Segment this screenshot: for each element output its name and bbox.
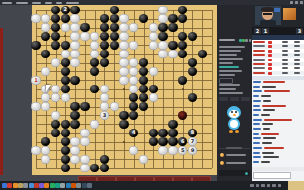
stone-white xyxy=(70,14,79,23)
stone-black xyxy=(168,23,177,32)
stone-black xyxy=(188,58,197,67)
stone-black xyxy=(70,102,79,111)
stone-white xyxy=(119,76,128,85)
stone-black xyxy=(168,14,177,23)
stone-white xyxy=(31,102,40,111)
chat-message xyxy=(262,86,276,88)
stone-white xyxy=(70,155,79,164)
stone-black xyxy=(139,102,148,111)
stone-black xyxy=(149,85,158,94)
chat-tab[interactable] xyxy=(219,97,228,101)
stone-black xyxy=(198,50,207,59)
taskbar-app-icon[interactable] xyxy=(2,183,7,188)
stone-black xyxy=(149,137,158,146)
stat-value xyxy=(294,67,300,69)
stone-black xyxy=(110,32,119,41)
stone-black xyxy=(61,155,70,164)
chat-message-line xyxy=(219,92,243,94)
stone-black xyxy=(178,50,187,59)
player-name xyxy=(253,67,265,69)
stone-white xyxy=(149,41,158,50)
menu-item[interactable] xyxy=(2,2,12,4)
player-name xyxy=(253,54,265,56)
chat-username xyxy=(253,152,260,154)
stone-white xyxy=(70,41,79,50)
stone-black xyxy=(100,155,109,164)
stone-black xyxy=(100,164,109,173)
stat-value xyxy=(282,63,288,65)
stone-black xyxy=(119,111,128,120)
close-button[interactable] xyxy=(300,1,303,4)
stone-white xyxy=(110,102,119,111)
tray-icon[interactable] xyxy=(256,184,260,188)
stone-black xyxy=(61,41,70,50)
stone-white xyxy=(70,23,79,32)
chat-username xyxy=(253,95,259,97)
stone-white xyxy=(149,32,158,41)
stone-black xyxy=(129,102,138,111)
player-table xyxy=(252,40,304,80)
stone-black xyxy=(61,120,70,129)
stone-white xyxy=(129,76,138,85)
player-name xyxy=(253,41,265,43)
stone-black xyxy=(139,14,148,23)
taskbar-app-icon[interactable] xyxy=(82,183,87,188)
menu-item[interactable] xyxy=(32,2,41,4)
stone-black: 4 xyxy=(129,129,138,138)
stone-black xyxy=(158,23,167,32)
stone-white: 5 xyxy=(178,146,187,155)
stat-value xyxy=(294,72,300,74)
menu-item[interactable] xyxy=(56,2,62,4)
taskbar-app-icon[interactable] xyxy=(39,183,44,188)
player-name xyxy=(253,50,265,52)
stone-black xyxy=(168,137,177,146)
stone-black xyxy=(139,58,148,67)
taskbar-app-icon[interactable] xyxy=(60,183,65,188)
stone-black xyxy=(41,50,50,59)
stone-black xyxy=(70,76,79,85)
stone-white xyxy=(158,14,167,23)
move-number-label: 9 xyxy=(191,148,194,153)
chat-message-line xyxy=(219,70,242,72)
stone-white xyxy=(149,93,158,102)
move-number-label: 5 xyxy=(181,148,184,153)
taskbar-app-icon[interactable] xyxy=(34,183,39,188)
stat-value xyxy=(294,63,300,65)
menu-item[interactable] xyxy=(45,2,52,4)
stat-value xyxy=(282,54,288,56)
stone-black xyxy=(139,93,148,102)
tray-icon[interactable] xyxy=(261,184,265,188)
stone-black xyxy=(61,85,70,94)
chat-username xyxy=(253,128,261,130)
stone-black xyxy=(158,32,167,41)
stone-black xyxy=(158,129,167,138)
chat-username xyxy=(253,81,261,83)
chat-username xyxy=(253,109,261,111)
taskbar-app-icon[interactable] xyxy=(55,183,60,188)
stat-value xyxy=(294,45,300,47)
hoshi-point xyxy=(182,88,184,90)
stone-white xyxy=(51,85,60,94)
stone-white xyxy=(61,93,70,102)
move-number-label: 2 xyxy=(64,7,67,12)
stone-black xyxy=(90,58,99,67)
stone-black xyxy=(178,76,187,85)
chat-message-line xyxy=(219,58,243,60)
player-name xyxy=(253,59,265,61)
stone-black xyxy=(178,41,187,50)
stone-white: 1 xyxy=(31,76,40,85)
stone-white xyxy=(100,85,109,94)
taskbar-app-icon[interactable] xyxy=(7,183,12,188)
stone-white xyxy=(51,58,60,67)
stone-black xyxy=(139,76,148,85)
tray-icon[interactable] xyxy=(267,184,271,188)
stone-white xyxy=(158,146,167,155)
stone-black: 8 xyxy=(188,129,197,138)
menu-item[interactable] xyxy=(66,2,79,4)
stone-white xyxy=(41,93,50,102)
stone-black xyxy=(139,85,148,94)
room-chat-input[interactable] xyxy=(253,172,291,179)
chat-message xyxy=(261,95,271,97)
stat-value xyxy=(282,45,288,47)
chat-header-icon[interactable] xyxy=(249,39,252,42)
stone-white xyxy=(70,58,79,67)
chat-username xyxy=(253,147,262,149)
stone-black xyxy=(178,6,187,15)
stone-white xyxy=(70,32,79,41)
taskbar-app-icon[interactable] xyxy=(87,183,92,188)
chat-tab[interactable] xyxy=(230,97,239,101)
room-chat-toolbar xyxy=(252,167,304,171)
taskbar-app-icon[interactable] xyxy=(29,183,34,188)
stone-black xyxy=(119,120,128,129)
stone-white xyxy=(139,155,148,164)
menu-item[interactable] xyxy=(16,2,28,4)
stone-white xyxy=(80,137,89,146)
chat-username xyxy=(253,119,262,121)
stone-black xyxy=(178,111,187,120)
stone-white xyxy=(41,14,50,23)
stone-black xyxy=(178,14,187,23)
chat-message xyxy=(262,105,286,107)
stone-black xyxy=(100,41,109,50)
maximize-button[interactable] xyxy=(295,1,298,4)
chat-header-title xyxy=(219,39,235,41)
chat-header-icon[interactable] xyxy=(245,39,248,42)
stat-value xyxy=(294,50,300,52)
score-left-b: 1 xyxy=(262,28,269,34)
stone-white: 9 xyxy=(188,146,197,155)
chat-message xyxy=(261,114,270,116)
chat-username xyxy=(253,105,260,107)
rank-badge xyxy=(268,63,272,66)
stone-white xyxy=(31,146,40,155)
stone-black xyxy=(110,6,119,15)
room-chat-list xyxy=(252,81,304,167)
chat-message-line xyxy=(219,50,241,52)
stone-black xyxy=(51,14,60,23)
live-chat-panel xyxy=(217,5,252,181)
chat-message xyxy=(263,109,275,111)
stone-white xyxy=(70,137,79,146)
stone-white xyxy=(80,32,89,41)
stone-white xyxy=(129,67,138,76)
chat-username xyxy=(253,161,259,163)
rank-badge xyxy=(268,54,272,57)
stone-white xyxy=(41,146,50,155)
stone-white xyxy=(41,67,50,76)
stone-black xyxy=(110,23,119,32)
minimize-button[interactable] xyxy=(290,1,293,4)
stone-white xyxy=(41,155,50,164)
rank-badge xyxy=(268,59,272,62)
stone-white xyxy=(51,111,60,120)
app-left-margin xyxy=(0,5,32,181)
stone-white xyxy=(168,146,177,155)
stone-white xyxy=(80,129,89,138)
stone-white xyxy=(158,50,167,59)
stone-white xyxy=(51,93,60,102)
stat-value xyxy=(282,72,288,74)
taskbar-app-icon[interactable] xyxy=(50,183,55,188)
stone-white xyxy=(129,146,138,155)
chat-message-line xyxy=(219,66,239,68)
send-button[interactable] xyxy=(245,172,248,175)
chat-message xyxy=(262,152,274,154)
move-number-label: 4 xyxy=(132,130,135,135)
chat-username xyxy=(253,100,261,102)
stone-black xyxy=(61,129,70,138)
stat-value xyxy=(282,41,288,43)
stone-white xyxy=(149,67,158,76)
chat-username xyxy=(253,114,259,116)
stone-white xyxy=(119,32,128,41)
chat-username xyxy=(253,123,260,125)
stone-black xyxy=(61,14,70,23)
stone-black xyxy=(51,23,60,32)
stone-black xyxy=(90,164,99,173)
move-number-label: 6 xyxy=(181,139,184,144)
stone-white xyxy=(90,50,99,59)
stone-white xyxy=(80,155,89,164)
chat-message xyxy=(264,119,292,121)
stone-black xyxy=(149,129,158,138)
stone-white xyxy=(129,41,138,50)
rank-badge xyxy=(268,67,272,70)
chat-message-line xyxy=(219,46,245,48)
chat-username xyxy=(253,86,260,88)
stone-black xyxy=(188,67,197,76)
chat-message xyxy=(263,128,270,130)
stone-white: 3 xyxy=(100,111,109,120)
windows-taskbar xyxy=(0,181,304,190)
stone-black xyxy=(61,164,70,173)
stone-black xyxy=(51,6,60,15)
tray-icon[interactable] xyxy=(278,184,282,188)
stone-black xyxy=(100,50,109,59)
stone-white xyxy=(70,50,79,59)
stone-black xyxy=(61,67,70,76)
video-strip xyxy=(252,5,304,27)
gift-message-line xyxy=(226,154,246,156)
stone-black xyxy=(100,58,109,67)
rank-badge xyxy=(268,41,272,44)
chat-message-line xyxy=(219,84,240,86)
tray-icon[interactable] xyxy=(272,184,276,188)
chat-message-line xyxy=(219,74,235,76)
chat-header-icon[interactable] xyxy=(239,39,242,42)
chat-message xyxy=(263,137,276,139)
stat-value xyxy=(294,54,300,56)
history-divider-label xyxy=(226,147,242,149)
stone-white xyxy=(119,67,128,76)
stone-white: 7 xyxy=(188,137,197,146)
chat-message xyxy=(264,147,284,149)
room-chat-header xyxy=(252,76,304,80)
stone-white xyxy=(61,50,70,59)
stone-black xyxy=(100,23,109,32)
broadcast-panel: 2 1 3 xyxy=(252,5,304,181)
stone-black xyxy=(31,41,40,50)
rank-badge xyxy=(268,72,272,75)
penguin-sticker-emote xyxy=(226,106,242,136)
stone-white xyxy=(41,23,50,32)
taskbar-app-icon[interactable] xyxy=(71,183,76,188)
player-name xyxy=(253,63,265,65)
stone-white xyxy=(149,23,158,32)
stone-white xyxy=(31,14,40,23)
go-board[interactable]: 213486759 xyxy=(32,5,217,175)
stone-black xyxy=(61,58,70,67)
stone-white xyxy=(129,85,138,94)
rank-badge xyxy=(268,45,272,48)
stone-black xyxy=(41,137,50,146)
streamer-webcam[interactable] xyxy=(255,6,281,25)
stone-white xyxy=(119,50,128,59)
tray-corner-widget[interactable] xyxy=(288,181,304,190)
chat-username xyxy=(253,90,262,92)
rank-badge xyxy=(268,50,272,53)
stone-white xyxy=(61,23,70,32)
gift-icon xyxy=(220,153,224,157)
chat-message-line xyxy=(219,54,237,56)
stone-black xyxy=(168,129,177,138)
chat-tab[interactable] xyxy=(241,97,250,101)
grid-hline xyxy=(36,107,212,108)
stone-black xyxy=(129,111,138,120)
chat-message xyxy=(262,142,272,144)
chat-message-line xyxy=(219,88,236,90)
stone-white xyxy=(119,14,128,23)
stone-black xyxy=(168,120,177,129)
stone-black: 2 xyxy=(61,6,70,15)
taskbar-app-icon[interactable] xyxy=(13,183,18,188)
stone-black xyxy=(129,93,138,102)
stone-black xyxy=(51,129,60,138)
gift-icon xyxy=(220,161,224,165)
taskbar-app-icon[interactable] xyxy=(76,183,81,188)
stat-value xyxy=(294,59,300,61)
hoshi-point xyxy=(123,141,125,143)
stone-black xyxy=(110,14,119,23)
move-number-label: 8 xyxy=(191,130,194,135)
chat-message xyxy=(263,100,271,102)
desktop: 213486759 xyxy=(0,0,304,190)
stone-black xyxy=(41,32,50,41)
move-number-label: 7 xyxy=(191,139,194,144)
stone-white xyxy=(100,102,109,111)
stone-black xyxy=(70,120,79,129)
stone-black xyxy=(178,32,187,41)
move-number-label: 3 xyxy=(103,113,106,118)
stone-white xyxy=(129,58,138,67)
background-window-edge xyxy=(0,28,3,178)
gift-message-line xyxy=(226,162,246,164)
chat-message xyxy=(263,156,279,158)
stone-white xyxy=(70,146,79,155)
chat-username xyxy=(253,133,259,135)
stone-black xyxy=(51,120,60,129)
chat-message xyxy=(261,161,270,163)
secondary-thumbnail[interactable] xyxy=(283,8,296,20)
grid-vline xyxy=(202,10,203,168)
score-right: 3 xyxy=(296,28,303,34)
stone-white xyxy=(158,41,167,50)
taskbar-app-icon[interactable] xyxy=(23,183,28,188)
stone-white xyxy=(119,23,128,32)
score-row: 2 1 3 xyxy=(252,27,304,35)
tray-icon[interactable] xyxy=(250,184,254,188)
mouse-cursor xyxy=(46,85,51,92)
stone-black xyxy=(139,67,148,76)
stone-black xyxy=(61,146,70,155)
stone-black xyxy=(51,41,60,50)
player-name xyxy=(253,45,265,47)
stone-black xyxy=(90,85,99,94)
taskbar-app-icon[interactable] xyxy=(18,183,23,188)
stone-white xyxy=(119,58,128,67)
chat-message xyxy=(262,123,273,125)
chat-message-line xyxy=(219,62,233,64)
stone-white xyxy=(158,6,167,15)
stat-value xyxy=(294,41,300,43)
taskbar-app-icon[interactable] xyxy=(66,183,71,188)
stone-white xyxy=(41,102,50,111)
chat-header-icon[interactable] xyxy=(242,39,245,42)
taskbar-app-icon[interactable] xyxy=(44,183,49,188)
hoshi-point xyxy=(123,88,125,90)
stone-black xyxy=(80,23,89,32)
stat-value xyxy=(282,50,288,52)
chat-username xyxy=(253,142,260,144)
grid-vline xyxy=(212,10,213,168)
stone-black xyxy=(188,32,197,41)
stone-black xyxy=(188,93,197,102)
stone-black xyxy=(51,32,60,41)
stone-white xyxy=(80,164,89,173)
stat-value xyxy=(282,67,288,69)
stone-black xyxy=(61,76,70,85)
stone-white xyxy=(100,93,109,102)
stone-black xyxy=(100,14,109,23)
stat-value xyxy=(282,59,288,61)
stone-black xyxy=(168,41,177,50)
stone-black xyxy=(61,137,70,146)
